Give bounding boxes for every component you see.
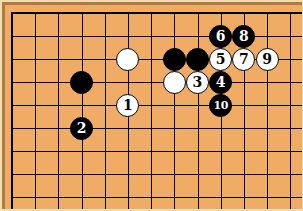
- board-cell: 1: [116, 94, 139, 117]
- board-cell: 10: [209, 94, 232, 117]
- board-cell: 5: [209, 48, 232, 71]
- stone-black-4: 4: [209, 71, 232, 94]
- board-cell: 9: [255, 48, 278, 71]
- board-cell: [163, 48, 186, 71]
- stone-white-7: 7: [232, 48, 255, 71]
- stone-white-plain-7-3: [163, 71, 186, 94]
- board-cell: 8: [232, 25, 255, 48]
- board-cell: 2: [70, 117, 93, 140]
- board-cell: [163, 71, 186, 94]
- stone-black-6: 6: [209, 25, 232, 48]
- stone-black-2: 2: [70, 117, 93, 140]
- go-corner-diagram: 12345678910: [0, 0, 303, 211]
- stone-black-8: 8: [232, 25, 255, 48]
- board-cell: 7: [232, 48, 255, 71]
- stone-white-1: 1: [116, 94, 139, 117]
- board-cell: [70, 71, 93, 94]
- board-cell: [116, 48, 139, 71]
- stone-black-10: 10: [209, 94, 232, 117]
- stone-black-plain-7-2: [163, 48, 186, 71]
- board-cell: 6: [209, 25, 232, 48]
- board-cell: [186, 48, 209, 71]
- stone-white-9: 9: [256, 48, 279, 71]
- stone-white-3: 3: [186, 71, 209, 94]
- board-cell: 3: [186, 71, 209, 94]
- stone-black-plain-8-2: [186, 48, 209, 71]
- board-cell: 4: [209, 71, 232, 94]
- stone-black-plain-3-3: [70, 71, 93, 94]
- go-board-grid: 12345678910: [0, 2, 301, 209]
- stone-white-5: 5: [209, 48, 232, 71]
- stone-white-plain-5-2: [116, 48, 139, 71]
